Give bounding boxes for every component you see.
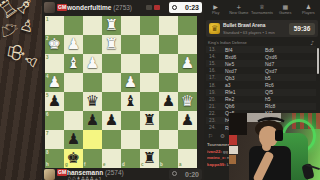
volume-icon[interactable]: ♪ — [310, 39, 314, 46]
tournament-subtitle: Standard • 63 players • 1 min — [223, 30, 275, 35]
sidebar-tabs: ▶Play+New Game♕Tournaments▦Games♟Players — [204, 3, 320, 18]
black-rook-c6[interactable]: ♜ — [140, 111, 159, 130]
tab-icon: ▦ — [274, 3, 297, 11]
chat-username[interactable]: mateo_x: — [207, 155, 227, 160]
square-h7[interactable]: 7 — [45, 130, 64, 149]
square-e2[interactable]: ♜ — [102, 35, 121, 54]
square-f4[interactable] — [83, 73, 102, 92]
square-g1[interactable] — [64, 16, 83, 35]
tab-icon: ♟ — [297, 3, 320, 11]
square-f2[interactable] — [83, 35, 102, 54]
square-a7[interactable] — [178, 130, 197, 149]
tab-games[interactable]: ▦Games — [274, 3, 297, 18]
square-f7[interactable] — [83, 130, 102, 149]
move-number: 19. — [206, 90, 225, 95]
square-e8[interactable]: e — [102, 149, 121, 168]
move-row: 17.Qb3b5 — [206, 74, 316, 81]
white-move[interactable]: Qb6 — [225, 103, 265, 109]
webcam-dark-corner — [229, 113, 247, 135]
white-move[interactable]: Bxd6 — [225, 54, 265, 60]
square-e5[interactable] — [102, 92, 121, 111]
file-label: f — [84, 162, 86, 167]
square-g7[interactable]: ♟ — [64, 130, 83, 149]
white-move[interactable]: Bf4 — [225, 47, 265, 53]
square-b8[interactable]: b — [159, 149, 178, 168]
white-move[interactable]: Ne5 — [225, 61, 265, 67]
file-label: g — [65, 162, 68, 167]
rank-label: 3 — [46, 55, 49, 60]
square-d4[interactable]: ♟ — [121, 73, 140, 92]
square-c6[interactable]: ♜ — [140, 111, 159, 130]
square-d6[interactable] — [121, 111, 140, 130]
square-h2[interactable]: ♚2 — [45, 35, 64, 54]
square-c4[interactable] — [140, 73, 159, 92]
square-h5[interactable]: ♟5 — [45, 92, 64, 111]
square-d3[interactable] — [121, 54, 140, 73]
square-c3[interactable] — [140, 54, 159, 73]
white-bishop-g3[interactable]: ♝ — [64, 54, 83, 73]
rank-label: 1 — [46, 17, 49, 22]
white-pawn-d4[interactable]: ♟ — [121, 73, 140, 92]
chat-text: gg — [223, 149, 228, 154]
background-piece: ♙ — [18, 14, 37, 36]
square-d2[interactable] — [121, 35, 140, 54]
file-label: c — [141, 162, 144, 167]
square-b7[interactable] — [159, 130, 178, 149]
tab-label: Players — [297, 11, 320, 15]
square-c7[interactable] — [140, 130, 159, 149]
black-pawn-g7[interactable]: ♟ — [64, 130, 83, 149]
captured-piece-icons: ♘♘♗♙♙♙ — [67, 175, 93, 180]
tab-label: New Game — [227, 11, 250, 15]
bottom-player-bar: GM hansemann (2574) ♘♘♗♙♙♙ +1 0:20 — [42, 168, 204, 180]
square-f6[interactable]: ♟ — [83, 111, 102, 130]
rank-label: 2 — [46, 36, 49, 41]
square-a3[interactable]: ♟ — [178, 54, 197, 73]
square-b3[interactable] — [159, 54, 178, 73]
move-number: 16. — [206, 68, 225, 73]
square-b1[interactable] — [159, 16, 178, 35]
trophy-icon: ♛ — [209, 23, 220, 34]
black-move[interactable]: Bd6 — [265, 47, 305, 53]
tab-icon: + — [227, 3, 250, 11]
black-move[interactable]: Rc6 — [265, 82, 305, 88]
white-pawn-a3[interactable]: ♟ — [178, 54, 197, 73]
move-row: 18.a3Rc6 — [206, 81, 316, 88]
white-move[interactable]: Nxd7 — [225, 68, 265, 74]
square-c2[interactable] — [140, 35, 159, 54]
white-rook-e1[interactable]: ♜ — [102, 16, 121, 35]
square-f5[interactable]: ♛ — [83, 92, 102, 111]
webcam-shelf-item — [229, 146, 238, 154]
move-number: 17. — [206, 75, 225, 80]
square-e7[interactable] — [102, 130, 121, 149]
square-b6[interactable] — [159, 111, 178, 130]
top-player-bar: GM wonderfultime (2753) 0:23 — [42, 0, 204, 16]
black-bishop-d5[interactable]: ♝ — [121, 92, 140, 111]
top-player-clock: 0:23 — [169, 2, 202, 13]
opening-name: King's Indian Defense — [208, 40, 247, 45]
top-player-title-badge: GM — [57, 4, 67, 11]
tab-players[interactable]: ♟Players — [297, 3, 320, 18]
background-piece: ♙ — [20, 51, 42, 71]
chat-username[interactable]: ivan22: — [207, 149, 223, 154]
move-number: 24. — [206, 125, 225, 130]
material-advantage: +1 — [94, 176, 101, 180]
file-label: b — [160, 162, 163, 167]
chess-app: GM wonderfultime (2753) 0:23 1♜♚2♟♜3♝♟♟♟… — [42, 0, 204, 180]
file-label: a — [179, 162, 182, 167]
square-h8[interactable]: 8h — [45, 149, 64, 168]
white-queen-a5[interactable]: ♛ — [178, 92, 197, 111]
square-g5[interactable] — [64, 92, 83, 111]
square-g4[interactable] — [64, 73, 83, 92]
white-rook-e2[interactable]: ♜ — [102, 35, 121, 54]
square-g2[interactable]: ♟ — [64, 35, 83, 54]
white-move[interactable]: Qb3 — [225, 75, 265, 81]
move-number: 20. — [206, 97, 225, 102]
tab-new-game[interactable]: +New Game — [227, 3, 250, 18]
clock-icon — [172, 5, 177, 10]
move-number: 13. — [206, 47, 225, 52]
tab-label: Play — [204, 11, 227, 15]
black-move[interactable]: Rfc8 — [265, 103, 305, 109]
move-row: 14.Bxd6Qxd6 — [206, 53, 316, 60]
move-row: 13.Bf4Bd6 — [206, 46, 316, 53]
bottom-player-rating: (2574) — [105, 169, 124, 176]
black-pawn-a6[interactable]: ♟ — [178, 111, 197, 130]
move-row: 19.Rfe1Qf5 — [206, 89, 316, 96]
top-player-avatar[interactable] — [44, 2, 55, 13]
headphones-earcup — [275, 130, 283, 141]
square-a8[interactable]: a — [178, 149, 197, 168]
top-player-streamer-badge — [154, 5, 160, 10]
tab-label: Tournaments — [250, 11, 273, 15]
tab-play[interactable]: ▶Play — [204, 3, 227, 18]
square-d5[interactable]: ♝ — [121, 92, 140, 111]
square-c1[interactable] — [140, 16, 159, 35]
file-label: e — [103, 162, 106, 167]
square-a5[interactable]: ♛ — [178, 92, 197, 111]
square-h3[interactable]: 3 — [45, 54, 64, 73]
square-a6[interactable]: ♟ — [178, 111, 197, 130]
square-g3[interactable]: ♝ — [64, 54, 83, 73]
top-clock-time: 0:23 — [185, 4, 199, 11]
white-pawn-f3[interactable]: ♟ — [83, 54, 102, 73]
white-move[interactable]: Re2 — [225, 96, 265, 102]
square-f1[interactable] — [83, 16, 102, 35]
white-move[interactable]: a3 — [225, 82, 265, 88]
board[interactable]: 1♜♚2♟♜3♝♟♟♟4♟♟5♛♝♟♛6♟♟♜♟7♟8h♚gfed♜cba — [45, 16, 197, 168]
square-f8[interactable]: f — [83, 149, 102, 168]
black-pawn-e6[interactable]: ♟ — [102, 111, 121, 130]
move-row: 20.Re2h5 — [206, 96, 316, 103]
move-row: 15.Ne5Nd7 — [206, 60, 316, 67]
rank-label: 8 — [46, 150, 49, 155]
person-hand — [262, 142, 271, 151]
square-c8[interactable]: ♜c — [140, 149, 159, 168]
black-move[interactable]: Qxd6 — [265, 54, 305, 60]
tournament-clock: 59:36 — [289, 23, 315, 35]
top-player-flag-badge — [146, 5, 152, 10]
black-move[interactable]: h5 — [265, 96, 305, 102]
black-queen-f5[interactable]: ♛ — [83, 92, 102, 111]
captured-pieces: ♘♘♗♙♙♙ +1 — [67, 175, 102, 180]
webcam-feed — [229, 113, 320, 180]
tab-label: Games — [274, 11, 297, 15]
tab-tournaments[interactable]: ♕Tournaments — [250, 3, 273, 18]
chat-username[interactable]: kappa99: — [207, 162, 227, 167]
webcam-shelf-item — [229, 135, 237, 145]
white-move[interactable]: Rfe1 — [225, 89, 265, 95]
move-number: 18. — [206, 83, 225, 88]
headphones-band — [255, 117, 287, 132]
rank-label: 6 — [46, 112, 49, 117]
square-d8[interactable]: d — [121, 149, 140, 168]
top-player-rating: (2753) — [113, 4, 132, 11]
move-number: 15. — [206, 61, 225, 66]
square-h6[interactable]: 6 — [45, 111, 64, 130]
tournament-title: Bullet Brawl Arena — [223, 23, 265, 28]
square-g8[interactable]: ♚g — [64, 149, 83, 168]
square-c5[interactable] — [140, 92, 159, 111]
square-a4[interactable] — [178, 73, 197, 92]
square-e6[interactable]: ♟ — [102, 111, 121, 130]
square-e3[interactable] — [102, 54, 121, 73]
file-label: d — [122, 162, 125, 167]
tab-icon: ♕ — [250, 3, 273, 11]
move-number: 21. — [206, 104, 225, 109]
move-row: 21.Qb6Rfc8 — [206, 103, 316, 110]
move-list-scrollbar[interactable] — [317, 48, 319, 74]
square-b2[interactable] — [159, 35, 178, 54]
bottom-player-title-badge: GM — [57, 169, 67, 176]
black-move[interactable]: Qxd7 — [265, 68, 305, 74]
panel-tool-icon[interactable]: ⚐ — [208, 133, 213, 140]
square-g6[interactable] — [64, 111, 83, 130]
square-f3[interactable]: ♟ — [83, 54, 102, 73]
move-number: 23. — [206, 118, 225, 123]
black-move[interactable]: Qf5 — [265, 89, 305, 95]
tab-icon: ▶ — [204, 3, 227, 11]
bottom-player-avatar[interactable] — [44, 169, 55, 180]
panel-tool-icon[interactable]: ⚙ — [220, 133, 225, 140]
bottom-player-clock: 0:20 — [169, 169, 202, 180]
square-d7[interactable] — [121, 130, 140, 149]
square-b4[interactable] — [159, 73, 178, 92]
black-pawn-f6[interactable]: ♟ — [83, 111, 102, 130]
square-a1[interactable] — [178, 16, 197, 35]
top-player-name[interactable]: wonderfultime (2753) — [67, 4, 132, 11]
clock-icon — [172, 171, 177, 176]
rank-label: 4 — [46, 74, 49, 79]
square-e1[interactable]: ♜ — [102, 16, 121, 35]
bottom-clock-time: 0:20 — [185, 171, 199, 178]
rank-label: 7 — [46, 131, 49, 136]
square-h1[interactable]: 1 — [45, 16, 64, 35]
move-number: 14. — [206, 54, 225, 59]
black-move[interactable]: Nd7 — [265, 61, 305, 67]
move-number: 22. — [206, 111, 225, 116]
white-pawn-g2[interactable]: ♟ — [64, 35, 83, 54]
square-h4[interactable]: ♟4 — [45, 73, 64, 92]
move-row: 16.Nxd7Qxd7 — [206, 67, 316, 74]
tournament-card[interactable]: ♛ Bullet Brawl Arena Standard • 63 playe… — [206, 20, 318, 37]
black-pawn-b5[interactable]: ♟ — [159, 92, 178, 111]
square-d1[interactable] — [121, 16, 140, 35]
black-move[interactable]: b5 — [265, 75, 305, 81]
square-b5[interactable]: ♟ — [159, 92, 178, 111]
stream-frame: ♖ ♗ ♘ ♙ ♔ ♙ GM wonderfultime (2753) 0:23… — [0, 0, 320, 180]
file-label: h — [46, 162, 49, 167]
square-e4[interactable] — [102, 73, 121, 92]
rank-label: 5 — [46, 93, 49, 98]
square-a2[interactable] — [178, 35, 197, 54]
top-player-username: wonderfultime — [67, 4, 111, 11]
webcam-shelf-item — [229, 155, 236, 164]
